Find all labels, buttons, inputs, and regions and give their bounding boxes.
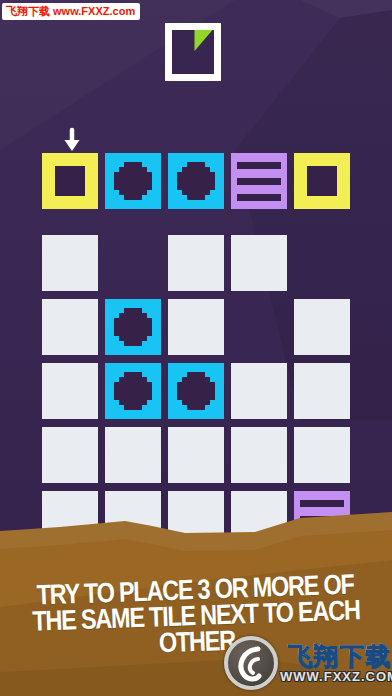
grid-cell-r1c5-empty [294,235,350,291]
grid-cell-r2c3-slot[interactable] [168,299,224,355]
square-hole-icon [55,166,85,196]
plus-shape-icon [105,153,161,209]
bar-icon [237,162,281,169]
grid-cell-r1c4-slot[interactable] [231,235,287,291]
watermark-bottom-url: WWW.FXXZ.COM [280,669,392,684]
grid-cell-r1c3-slot[interactable] [168,235,224,291]
game-logo [165,23,221,81]
watermark-bottom-title: 飞翔下载 [287,643,391,669]
grid-cell-r3c1-slot[interactable] [42,363,98,419]
grid-cell-r2c4-empty [231,299,287,355]
grid-cell-r4c5-slot[interactable] [294,427,350,483]
grid-cell-r4c2-slot[interactable] [105,427,161,483]
grid-cell-r2c2-cyan-plus-tile[interactable] [105,299,161,355]
grid-cell-r4c1-slot[interactable] [42,427,98,483]
logo-green-triangle-icon [172,30,214,72]
grid-cell-r2c5-slot[interactable] [294,299,350,355]
grid-cell-r1c2-empty [105,235,161,291]
watermark-top-text: 飞翔下载 www.FXXZ.com [6,5,135,17]
next-tile-arrow-icon [62,127,82,153]
tile-queue [42,153,350,209]
grid-cell-r4c3-slot[interactable] [168,427,224,483]
queue-tile-1-yellow-square-tile[interactable] [42,153,98,209]
game-screen: 飞翔下载 www.FXXZ.com TRY TO PLACE 3 OR MORE… [0,0,392,696]
watermark-top: 飞翔下载 www.FXXZ.com [2,3,140,20]
grid-cell-r2c1-slot[interactable] [42,299,98,355]
queue-tile-5-yellow-square-tile[interactable] [294,153,350,209]
bar-icon [237,194,281,201]
plus-shape-icon [105,363,161,419]
queue-tile-2-cyan-plus-tile[interactable] [105,153,161,209]
queue-tile-4-purple-bars-tile[interactable] [231,153,287,209]
plus-shape-icon [105,299,161,355]
grid-cell-r3c3-cyan-plus-tile[interactable] [168,363,224,419]
watermark-bottom: 飞翔下载 WWW.FXXZ.COM [224,636,392,690]
bar-icon [237,178,281,185]
watermark-logo-icon [224,636,278,690]
plus-shape-icon [168,153,224,209]
grid-cell-r4c4-slot[interactable] [231,427,287,483]
plus-shape-icon [168,363,224,419]
grid-cell-r1c1-slot[interactable] [42,235,98,291]
grid-cell-r3c2-cyan-plus-tile[interactable] [105,363,161,419]
queue-tile-3-cyan-plus-tile[interactable] [168,153,224,209]
square-hole-icon [307,166,337,196]
grid-cell-r3c4-slot[interactable] [231,363,287,419]
grid-cell-r3c5-slot[interactable] [294,363,350,419]
